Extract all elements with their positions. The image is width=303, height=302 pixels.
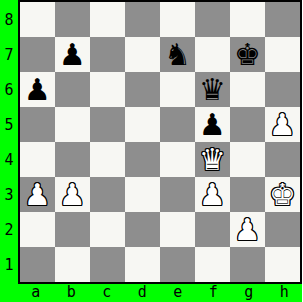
white-queen-icon: ♛ (199, 142, 226, 177)
square-f6[interactable]: ♛ (195, 72, 230, 107)
square-d7[interactable] (125, 37, 160, 72)
square-e7[interactable]: ♞ (160, 37, 195, 72)
square-d2[interactable] (125, 212, 160, 247)
square-c3[interactable] (90, 177, 125, 212)
square-d6[interactable] (125, 72, 160, 107)
square-c4[interactable] (90, 142, 125, 177)
square-d8[interactable] (125, 2, 160, 37)
square-a4[interactable] (20, 142, 55, 177)
rank-label-8: 8 (0, 2, 18, 37)
square-g5[interactable] (230, 107, 265, 142)
rank-label-2: 2 (0, 212, 18, 247)
white-pawn-icon: ♟ (199, 177, 226, 212)
square-f5[interactable]: ♟ (195, 107, 230, 142)
square-f1[interactable] (195, 247, 230, 282)
file-labels: abcdefgh (18, 284, 302, 302)
rank-label-7: 7 (0, 37, 18, 72)
square-h4[interactable] (265, 142, 300, 177)
square-g1[interactable] (230, 247, 265, 282)
file-label-e: e (160, 284, 196, 302)
square-c1[interactable] (90, 247, 125, 282)
square-e3[interactable] (160, 177, 195, 212)
square-h5[interactable]: ♟ (265, 107, 300, 142)
file-label-d: d (125, 284, 161, 302)
square-h6[interactable] (265, 72, 300, 107)
square-h3[interactable]: ♚ (265, 177, 300, 212)
square-e1[interactable] (160, 247, 195, 282)
black-knight-icon: ♞ (164, 37, 191, 72)
chess-board-panel: 87654321 ♟♞♚♟♛♟♟♛♟♟♟♚♟ abcdefgh (0, 0, 302, 302)
square-b7[interactable]: ♟ (55, 37, 90, 72)
black-king-icon: ♚ (234, 37, 261, 72)
square-d1[interactable] (125, 247, 160, 282)
rank-label-4: 4 (0, 142, 18, 177)
square-f7[interactable] (195, 37, 230, 72)
square-b6[interactable] (55, 72, 90, 107)
square-d3[interactable] (125, 177, 160, 212)
rank-label-3: 3 (0, 177, 18, 212)
square-h2[interactable] (265, 212, 300, 247)
white-pawn-icon: ♟ (234, 212, 261, 247)
black-queen-icon: ♛ (199, 72, 226, 107)
square-h7[interactable] (265, 37, 300, 72)
square-g4[interactable] (230, 142, 265, 177)
square-b5[interactable] (55, 107, 90, 142)
square-d5[interactable] (125, 107, 160, 142)
square-f2[interactable] (195, 212, 230, 247)
square-d4[interactable] (125, 142, 160, 177)
square-a2[interactable] (20, 212, 55, 247)
file-label-c: c (89, 284, 125, 302)
square-e5[interactable] (160, 107, 195, 142)
square-h8[interactable] (265, 2, 300, 37)
square-b8[interactable] (55, 2, 90, 37)
rank-label-5: 5 (0, 107, 18, 142)
square-g8[interactable] (230, 2, 265, 37)
square-c8[interactable] (90, 2, 125, 37)
square-h1[interactable] (265, 247, 300, 282)
square-c7[interactable] (90, 37, 125, 72)
file-label-b: b (54, 284, 90, 302)
square-a1[interactable] (20, 247, 55, 282)
square-e2[interactable] (160, 212, 195, 247)
square-b1[interactable] (55, 247, 90, 282)
white-pawn-icon: ♟ (269, 107, 296, 142)
square-b3[interactable]: ♟ (55, 177, 90, 212)
square-c5[interactable] (90, 107, 125, 142)
square-g3[interactable] (230, 177, 265, 212)
square-c6[interactable] (90, 72, 125, 107)
file-label-h: h (267, 284, 303, 302)
square-g6[interactable] (230, 72, 265, 107)
rank-labels: 87654321 (0, 2, 18, 282)
square-b4[interactable] (55, 142, 90, 177)
white-pawn-icon: ♟ (59, 177, 86, 212)
square-a3[interactable]: ♟ (20, 177, 55, 212)
square-g2[interactable]: ♟ (230, 212, 265, 247)
square-g7[interactable]: ♚ (230, 37, 265, 72)
square-f8[interactable] (195, 2, 230, 37)
file-label-a: a (18, 284, 54, 302)
square-e8[interactable] (160, 2, 195, 37)
rank-label-1: 1 (0, 247, 18, 282)
rank-label-6: 6 (0, 72, 18, 107)
file-label-g: g (231, 284, 267, 302)
white-pawn-icon: ♟ (24, 177, 51, 212)
file-label-f: f (196, 284, 232, 302)
square-b2[interactable] (55, 212, 90, 247)
square-e4[interactable] (160, 142, 195, 177)
square-e6[interactable] (160, 72, 195, 107)
square-a7[interactable] (20, 37, 55, 72)
square-a5[interactable] (20, 107, 55, 142)
black-pawn-icon: ♟ (199, 107, 226, 142)
square-f4[interactable]: ♛ (195, 142, 230, 177)
black-pawn-icon: ♟ (24, 72, 51, 107)
chess-board: ♟♞♚♟♛♟♟♛♟♟♟♚♟ (18, 0, 302, 284)
square-a8[interactable] (20, 2, 55, 37)
black-pawn-icon: ♟ (59, 37, 86, 72)
white-king-icon: ♚ (269, 177, 296, 212)
square-c2[interactable] (90, 212, 125, 247)
square-f3[interactable]: ♟ (195, 177, 230, 212)
square-a6[interactable]: ♟ (20, 72, 55, 107)
